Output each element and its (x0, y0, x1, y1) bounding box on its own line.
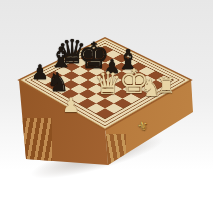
chess-set-photo: ⚜ ♟♞♝♛♚♟♝♟♛♚♞♜ (0, 0, 213, 213)
white-rook-piece: ♜ (156, 75, 176, 97)
white-pawn-piece: ♟ (62, 95, 80, 115)
pieces-layer: ♟♞♝♛♚♟♝♟♛♚♞♜ (0, 0, 213, 213)
white-queen-piece: ♛ (94, 68, 122, 99)
